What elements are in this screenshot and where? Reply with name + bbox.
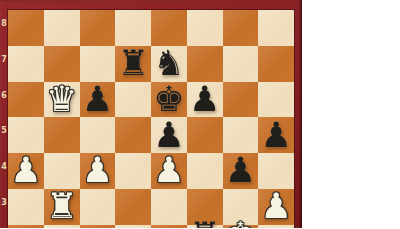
square-e5: ♟ (151, 117, 187, 153)
square-e6: ♚ (151, 82, 187, 118)
square-f8 (187, 10, 223, 46)
rank-coordinate-labels: 876543 (0, 0, 8, 228)
square-b8 (44, 10, 80, 46)
rank-label-4: 4 (0, 162, 8, 171)
white-pawn-e4: ♟ (151, 153, 187, 189)
white-queen-b6: ♛ (44, 82, 80, 118)
square-h8 (258, 10, 294, 46)
square-a2 (8, 225, 44, 229)
square-c7 (80, 46, 116, 82)
white-pawn-c4: ♟ (80, 153, 116, 189)
square-a5 (8, 117, 44, 153)
square-a4: ♟ (8, 153, 44, 189)
square-b7 (44, 46, 80, 82)
square-h4 (258, 153, 294, 189)
black-pawn-h5: ♟ (258, 117, 294, 153)
square-f4 (187, 153, 223, 189)
square-c5 (80, 117, 116, 153)
black-knight-e7: ♞ (151, 46, 187, 82)
square-d6 (115, 82, 151, 118)
chess-board-frame: ♜♞♛♟♚♟♟♟♟♟♟♟♜♟♜♚ (0, 0, 302, 228)
square-g3 (223, 189, 259, 225)
square-g7 (223, 46, 259, 82)
square-e8 (151, 10, 187, 46)
square-f3 (187, 189, 223, 225)
square-e4: ♟ (151, 153, 187, 189)
square-b3: ♜ (44, 189, 80, 225)
black-king-e6: ♚ (151, 82, 187, 118)
square-e7: ♞ (151, 46, 187, 82)
square-d5 (115, 117, 151, 153)
square-g8 (223, 10, 259, 46)
square-e3 (151, 189, 187, 225)
black-rook-d7: ♜ (115, 46, 151, 82)
square-b6: ♛ (44, 82, 80, 118)
rank-label-6: 6 (0, 91, 8, 100)
black-pawn-e5: ♟ (151, 117, 187, 153)
rank-label-8: 8 (0, 19, 8, 28)
square-g2: ♚ (223, 225, 259, 229)
chess-board: ♜♞♛♟♚♟♟♟♟♟♟♟♜♟♜♚ (8, 10, 294, 228)
square-c4: ♟ (80, 153, 116, 189)
square-g5 (223, 117, 259, 153)
rank-label-7: 7 (0, 55, 8, 64)
rank-label-3: 3 (0, 198, 8, 207)
square-b5 (44, 117, 80, 153)
square-f5 (187, 117, 223, 153)
black-pawn-f6: ♟ (187, 82, 223, 118)
square-h2 (258, 225, 294, 229)
white-pawn-h3: ♟ (258, 189, 294, 225)
square-b2 (44, 225, 80, 229)
square-a3 (8, 189, 44, 225)
square-c2 (80, 225, 116, 229)
square-d4 (115, 153, 151, 189)
square-c6: ♟ (80, 82, 116, 118)
black-pawn-c6: ♟ (80, 82, 116, 118)
square-d2 (115, 225, 151, 229)
square-a7 (8, 46, 44, 82)
square-a6 (8, 82, 44, 118)
square-f7 (187, 46, 223, 82)
square-h5: ♟ (258, 117, 294, 153)
black-pawn-g4: ♟ (223, 153, 259, 189)
square-g4: ♟ (223, 153, 259, 189)
square-f6: ♟ (187, 82, 223, 118)
square-b4 (44, 153, 80, 189)
square-c8 (80, 10, 116, 46)
square-h3: ♟ (258, 189, 294, 225)
square-g6 (223, 82, 259, 118)
square-d7: ♜ (115, 46, 151, 82)
white-rook-b3: ♜ (44, 189, 80, 225)
square-f2: ♜ (187, 225, 223, 229)
square-a8 (8, 10, 44, 46)
white-pawn-a4: ♟ (8, 153, 44, 189)
square-d3 (115, 189, 151, 225)
square-e2 (151, 225, 187, 229)
article-image-canvas: ♜♞♛♟♚♟♟♟♟♟♟♟♜♟♜♚ 876543 (0, 0, 400, 228)
rank-label-5: 5 (0, 126, 8, 135)
square-c3 (80, 189, 116, 225)
square-h7 (258, 46, 294, 82)
square-d8 (115, 10, 151, 46)
square-h6 (258, 82, 294, 118)
